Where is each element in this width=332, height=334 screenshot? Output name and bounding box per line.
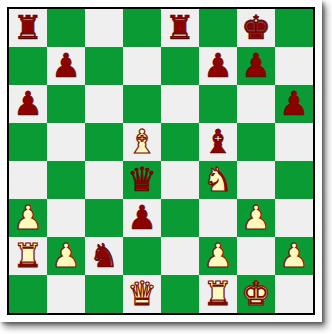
square-b5[interactable] [47, 123, 85, 161]
square-h2[interactable]: ♟ [275, 237, 313, 275]
square-c6[interactable] [85, 85, 123, 123]
square-c7[interactable] [85, 47, 123, 85]
square-h8[interactable] [275, 9, 313, 47]
square-g6[interactable] [237, 85, 275, 123]
black-pawn: ♟ [199, 47, 237, 85]
square-h6[interactable]: ♟ [275, 85, 313, 123]
black-pawn: ♟ [47, 47, 85, 85]
board-frame: ♜♜♚♟♟♟♟♟♝♝♛♞♟♟♟♜♟♞♟♟♛♜♚ [7, 7, 315, 315]
square-g7[interactable]: ♟ [237, 47, 275, 85]
square-d1[interactable]: ♛ [123, 275, 161, 313]
white-bishop: ♝ [123, 123, 161, 161]
black-bishop: ♝ [199, 123, 237, 161]
black-rook: ♜ [161, 9, 199, 47]
square-d7[interactable] [123, 47, 161, 85]
square-e6[interactable] [161, 85, 199, 123]
square-e3[interactable] [161, 199, 199, 237]
black-pawn: ♟ [275, 85, 313, 123]
square-a6[interactable]: ♟ [9, 85, 47, 123]
square-c3[interactable] [85, 199, 123, 237]
square-f2[interactable]: ♟ [199, 237, 237, 275]
square-e1[interactable] [161, 275, 199, 313]
square-a3[interactable]: ♟ [9, 199, 47, 237]
white-knight: ♞ [199, 161, 237, 199]
square-d4[interactable]: ♛ [123, 161, 161, 199]
board-card: ♜♜♚♟♟♟♟♟♝♝♛♞♟♟♟♜♟♞♟♟♛♜♚ [0, 0, 322, 322]
square-a1[interactable] [9, 275, 47, 313]
square-f5[interactable]: ♝ [199, 123, 237, 161]
square-f3[interactable] [199, 199, 237, 237]
square-a2[interactable]: ♜ [9, 237, 47, 275]
black-king: ♚ [237, 9, 275, 47]
square-g5[interactable] [237, 123, 275, 161]
square-f6[interactable] [199, 85, 237, 123]
square-a4[interactable] [9, 161, 47, 199]
square-f1[interactable]: ♜ [199, 275, 237, 313]
square-b8[interactable] [47, 9, 85, 47]
black-pawn: ♟ [9, 85, 47, 123]
white-rook: ♜ [9, 237, 47, 275]
square-b1[interactable] [47, 275, 85, 313]
square-g4[interactable] [237, 161, 275, 199]
white-queen: ♛ [123, 275, 161, 313]
square-b6[interactable] [47, 85, 85, 123]
black-knight: ♞ [85, 237, 123, 275]
square-b3[interactable] [47, 199, 85, 237]
white-pawn: ♟ [237, 199, 275, 237]
white-pawn: ♟ [47, 237, 85, 275]
square-a8[interactable]: ♜ [9, 9, 47, 47]
chess-board: ♜♜♚♟♟♟♟♟♝♝♛♞♟♟♟♜♟♞♟♟♛♜♚ [9, 9, 313, 313]
square-h5[interactable] [275, 123, 313, 161]
square-b2[interactable]: ♟ [47, 237, 85, 275]
square-h4[interactable] [275, 161, 313, 199]
square-c8[interactable] [85, 9, 123, 47]
black-pawn: ♟ [237, 47, 275, 85]
white-pawn: ♟ [9, 199, 47, 237]
square-g2[interactable] [237, 237, 275, 275]
square-e4[interactable] [161, 161, 199, 199]
square-d2[interactable] [123, 237, 161, 275]
square-a7[interactable] [9, 47, 47, 85]
black-pawn: ♟ [123, 199, 161, 237]
white-rook: ♜ [199, 275, 237, 313]
square-g8[interactable]: ♚ [237, 9, 275, 47]
square-d3[interactable]: ♟ [123, 199, 161, 237]
chess-app-window: ♜♜♚♟♟♟♟♟♝♝♛♞♟♟♟♜♟♞♟♟♛♜♚ [0, 0, 332, 334]
square-e5[interactable] [161, 123, 199, 161]
square-d6[interactable] [123, 85, 161, 123]
white-pawn: ♟ [199, 237, 237, 275]
white-king: ♚ [237, 275, 275, 313]
square-d5[interactable]: ♝ [123, 123, 161, 161]
square-e2[interactable] [161, 237, 199, 275]
square-h7[interactable] [275, 47, 313, 85]
white-pawn: ♟ [275, 237, 313, 275]
square-b4[interactable] [47, 161, 85, 199]
square-e8[interactable]: ♜ [161, 9, 199, 47]
square-d8[interactable] [123, 9, 161, 47]
square-a5[interactable] [9, 123, 47, 161]
square-b7[interactable]: ♟ [47, 47, 85, 85]
square-g1[interactable]: ♚ [237, 275, 275, 313]
black-queen: ♛ [123, 161, 161, 199]
square-f8[interactable] [199, 9, 237, 47]
square-c4[interactable] [85, 161, 123, 199]
square-h3[interactable] [275, 199, 313, 237]
square-f4[interactable]: ♞ [199, 161, 237, 199]
square-e7[interactable] [161, 47, 199, 85]
black-rook: ♜ [9, 9, 47, 47]
square-c1[interactable] [85, 275, 123, 313]
square-f7[interactable]: ♟ [199, 47, 237, 85]
square-g3[interactable]: ♟ [237, 199, 275, 237]
square-h1[interactable] [275, 275, 313, 313]
square-c2[interactable]: ♞ [85, 237, 123, 275]
square-c5[interactable] [85, 123, 123, 161]
